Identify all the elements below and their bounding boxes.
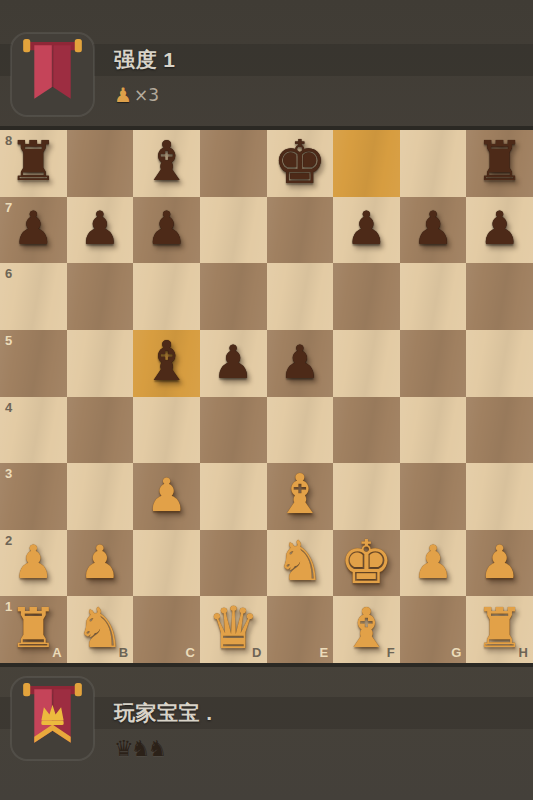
square-a7[interactable]: 7♟ <box>0 197 67 264</box>
square-g2[interactable]: ♟ <box>400 530 467 597</box>
piece-black-pawn[interactable]: ♟ <box>79 205 120 251</box>
square-a5[interactable]: 5 <box>0 330 67 397</box>
piece-white-pawn[interactable]: ♟ <box>479 539 520 585</box>
bottom-capture-tray: ♛♞♞ <box>114 735 164 761</box>
square-a1[interactable]: 1A♜ <box>0 596 67 663</box>
square-h2[interactable]: ♟ <box>466 530 533 597</box>
top-capture-tray: ♟ ×3 <box>114 82 159 108</box>
square-g7[interactable]: ♟ <box>400 197 467 264</box>
square-b7[interactable]: ♟ <box>67 197 134 264</box>
square-g6[interactable] <box>400 263 467 330</box>
square-f2[interactable]: ♚ <box>333 530 400 597</box>
square-c7[interactable]: ♟ <box>133 197 200 264</box>
square-b8[interactable] <box>67 130 134 197</box>
piece-black-pawn[interactable]: ♟ <box>346 205 387 251</box>
piece-black-pawn[interactable]: ♟ <box>146 205 187 251</box>
captured-count: ×3 <box>134 85 159 105</box>
top-player-name: 强度 1 <box>114 44 176 76</box>
square-c8[interactable]: ♝ <box>133 130 200 197</box>
square-h5[interactable] <box>466 330 533 397</box>
file-label-G: G <box>451 646 461 659</box>
piece-white-rook[interactable]: ♜ <box>475 601 524 656</box>
rank-label-5: 5 <box>5 334 12 347</box>
square-a3[interactable]: 3 <box>0 463 67 530</box>
square-d3[interactable] <box>200 463 267 530</box>
square-e7[interactable] <box>267 197 334 264</box>
square-c1[interactable]: C <box>133 596 200 663</box>
piece-white-pawn[interactable]: ♟ <box>146 472 187 518</box>
piece-white-pawn[interactable]: ♟ <box>79 539 120 585</box>
rank-label-7: 7 <box>5 201 12 214</box>
piece-black-bishop[interactable]: ♝ <box>142 334 191 389</box>
square-e5[interactable]: ♟ <box>267 330 334 397</box>
square-e2[interactable]: ♞ <box>267 530 334 597</box>
piece-black-pawn[interactable]: ♟ <box>213 339 254 385</box>
piece-black-rook[interactable]: ♜ <box>9 134 58 189</box>
chess-board: 8♜♝♚♜7♟♟♟♟♟♟65♝♟♟43♟♝2♟♟♞♚♟♟1A♜B♞CD♛EF♝G… <box>0 130 533 663</box>
piece-white-knight[interactable]: ♞ <box>275 534 324 589</box>
piece-black-pawn[interactable]: ♟ <box>412 205 453 251</box>
top-player-panel: 强度 1 ♟ ×3 <box>0 0 533 126</box>
square-h7[interactable]: ♟ <box>466 197 533 264</box>
square-f4[interactable] <box>333 397 400 464</box>
square-h8[interactable]: ♜ <box>466 130 533 197</box>
square-f1[interactable]: F♝ <box>333 596 400 663</box>
square-a8[interactable]: 8♜ <box>0 130 67 197</box>
square-f5[interactable] <box>333 330 400 397</box>
piece-white-queen[interactable]: ♛ <box>207 599 259 657</box>
bottom-player-panel: 玩家宝宝 . ♛♞♞ <box>0 667 533 800</box>
captured-black-knight-icon: ♞ <box>147 736 167 761</box>
player-crown-banner-icon <box>10 676 95 761</box>
piece-white-rook[interactable]: ♜ <box>9 601 58 656</box>
square-a2[interactable]: 2♟ <box>0 530 67 597</box>
piece-black-pawn[interactable]: ♟ <box>479 205 520 251</box>
square-c4[interactable] <box>133 397 200 464</box>
square-h6[interactable] <box>466 263 533 330</box>
piece-white-bishop[interactable]: ♝ <box>342 601 391 656</box>
square-f3[interactable] <box>333 463 400 530</box>
square-f7[interactable]: ♟ <box>333 197 400 264</box>
piece-white-pawn[interactable]: ♟ <box>13 539 54 585</box>
square-b3[interactable] <box>67 463 134 530</box>
file-label-C: C <box>185 646 194 659</box>
file-label-E: E <box>319 646 328 659</box>
rank-label-6: 6 <box>5 267 12 280</box>
square-b2[interactable]: ♟ <box>67 530 134 597</box>
square-a6[interactable]: 6 <box>0 263 67 330</box>
square-c5[interactable]: ♝ <box>133 330 200 397</box>
square-d5[interactable]: ♟ <box>200 330 267 397</box>
square-g5[interactable] <box>400 330 467 397</box>
square-c6[interactable] <box>133 263 200 330</box>
rank-label-2: 2 <box>5 534 12 547</box>
square-d8[interactable] <box>200 130 267 197</box>
square-c3[interactable]: ♟ <box>133 463 200 530</box>
square-g3[interactable] <box>400 463 467 530</box>
square-g4[interactable] <box>400 397 467 464</box>
square-d7[interactable] <box>200 197 267 264</box>
piece-white-king[interactable]: ♚ <box>340 532 394 592</box>
square-b1[interactable]: B♞ <box>67 596 134 663</box>
piece-black-king[interactable]: ♚ <box>273 132 327 192</box>
square-e8[interactable]: ♚ <box>267 130 334 197</box>
rank-label-3: 3 <box>5 467 12 480</box>
square-g1[interactable]: G <box>400 596 467 663</box>
piece-black-rook[interactable]: ♜ <box>475 134 524 189</box>
captured-white-pawn-icon: ♟ <box>114 83 132 107</box>
square-e3[interactable]: ♝ <box>267 463 334 530</box>
square-f6[interactable] <box>333 263 400 330</box>
square-d1[interactable]: D♛ <box>200 596 267 663</box>
piece-black-bishop[interactable]: ♝ <box>142 134 191 189</box>
square-h3[interactable] <box>466 463 533 530</box>
square-e4[interactable] <box>267 397 334 464</box>
square-b4[interactable] <box>67 397 134 464</box>
rank-label-4: 4 <box>5 401 12 414</box>
square-h4[interactable] <box>466 397 533 464</box>
bot-banner-icon <box>10 32 95 117</box>
square-d4[interactable] <box>200 397 267 464</box>
board-area: 8♜♝♚♜7♟♟♟♟♟♟65♝♟♟43♟♝2♟♟♞♚♟♟1A♜B♞CD♛EF♝G… <box>0 126 533 667</box>
square-d6[interactable] <box>200 263 267 330</box>
square-d2[interactable] <box>200 530 267 597</box>
piece-black-pawn[interactable]: ♟ <box>13 205 54 251</box>
square-f8[interactable] <box>333 130 400 197</box>
piece-black-pawn[interactable]: ♟ <box>279 339 320 385</box>
bottom-player-name: 玩家宝宝 . <box>114 697 213 729</box>
piece-white-knight[interactable]: ♞ <box>75 601 124 656</box>
piece-white-bishop[interactable]: ♝ <box>275 467 324 522</box>
square-a4[interactable]: 4 <box>0 397 67 464</box>
square-c2[interactable] <box>133 530 200 597</box>
square-g8[interactable] <box>400 130 467 197</box>
square-e1[interactable]: E <box>267 596 334 663</box>
square-h1[interactable]: H♜ <box>466 596 533 663</box>
square-b5[interactable] <box>67 330 134 397</box>
chess-app-screen: 强度 1 ♟ ×3 8♜♝♚♜7♟♟♟♟♟♟65♝♟♟43♟♝2♟♟♞♚♟♟1A… <box>0 0 533 800</box>
square-b6[interactable] <box>67 263 134 330</box>
bottom-player-avatar <box>10 676 95 761</box>
top-player-avatar <box>10 32 95 117</box>
piece-white-pawn[interactable]: ♟ <box>412 539 453 585</box>
square-e6[interactable] <box>267 263 334 330</box>
